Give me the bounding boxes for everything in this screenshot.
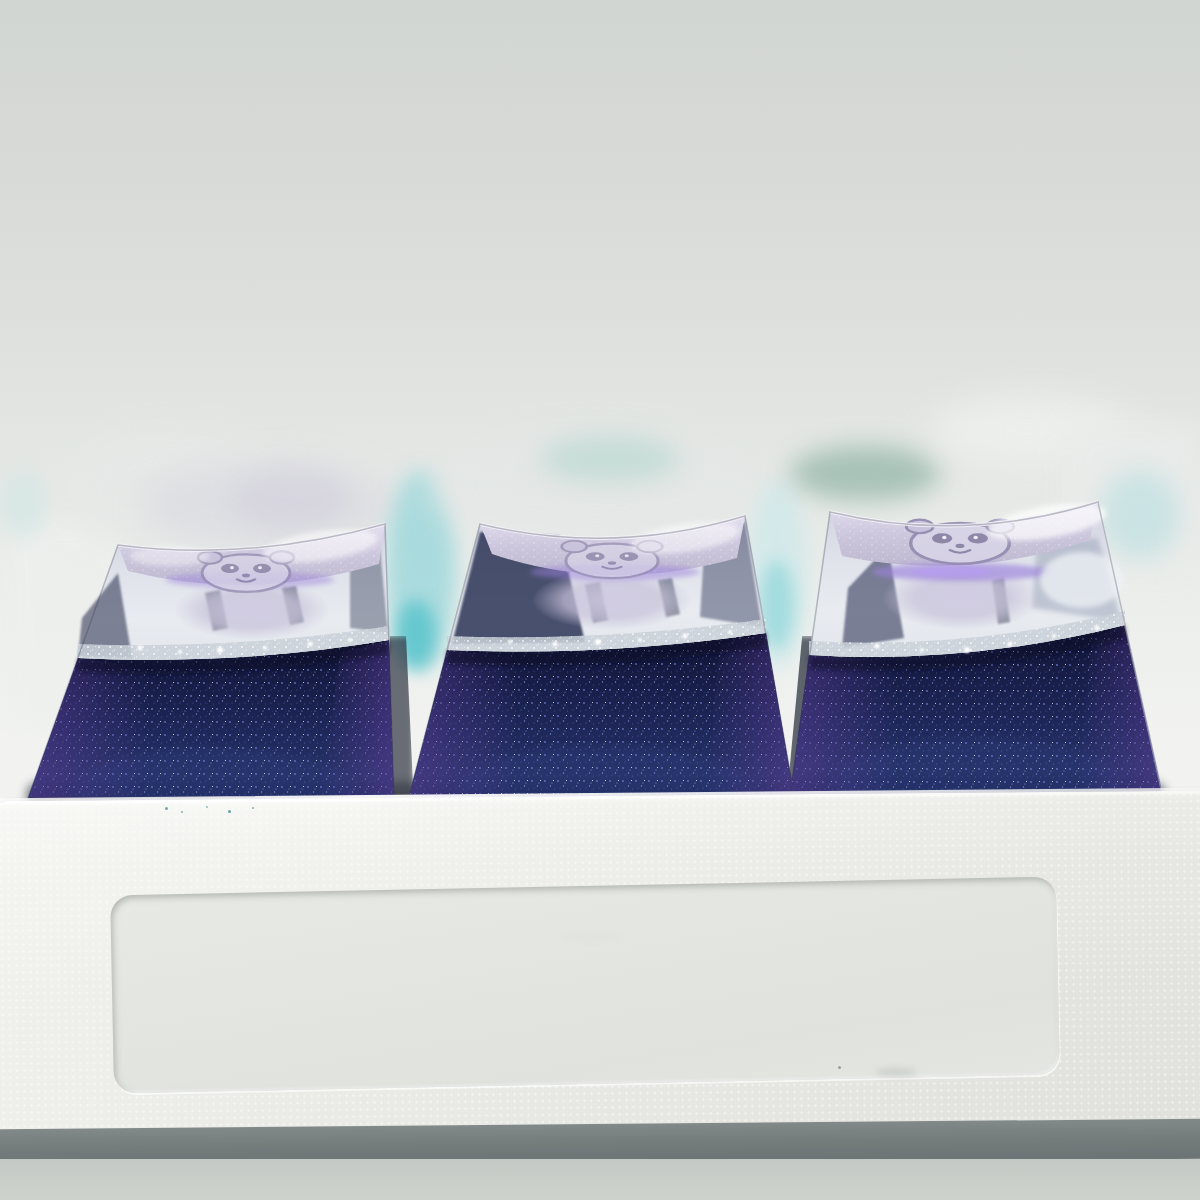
keycap-middle-glitter-base xyxy=(408,633,795,808)
teal-speck-3 xyxy=(206,806,208,808)
purple-glitter-core xyxy=(912,567,992,577)
dark-dot xyxy=(838,1066,841,1069)
teal-speck-5 xyxy=(252,807,254,809)
label-plate xyxy=(110,877,1060,1094)
keycap-left xyxy=(20,498,405,810)
faint-smudge-1 xyxy=(560,932,620,942)
photo-stage xyxy=(0,0,1200,1200)
teal-speck-1 xyxy=(165,807,168,810)
keycap-middle xyxy=(400,492,800,808)
teal-smear-above-middle xyxy=(540,436,680,482)
keycap-left-clear-top xyxy=(78,523,389,660)
keycap-middle-clear-top xyxy=(447,516,766,652)
keycap-left-glitter-base xyxy=(28,640,394,810)
teal-speck-2 xyxy=(181,811,183,813)
desk-surface xyxy=(0,1159,1200,1200)
keycap-right xyxy=(782,480,1170,800)
teal-speck-4 xyxy=(228,810,231,813)
faint-smudge-2 xyxy=(876,1068,916,1076)
